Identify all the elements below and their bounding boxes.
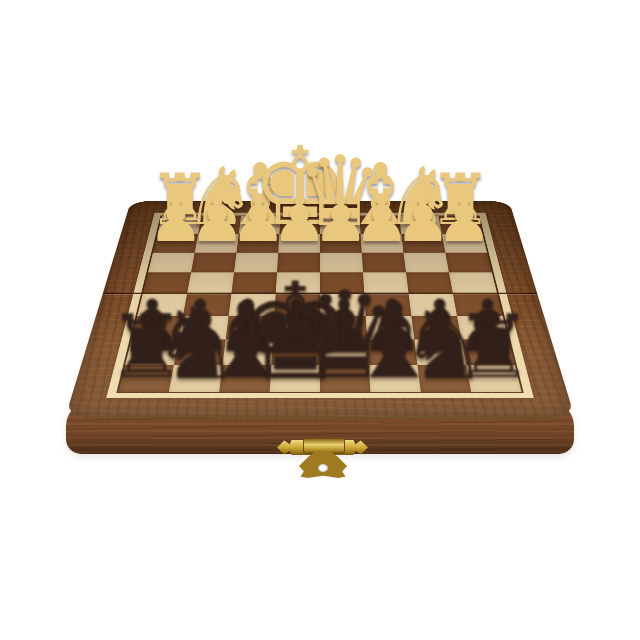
square-b4	[406, 272, 453, 293]
square-a6	[457, 316, 509, 340]
square-b3	[404, 253, 449, 273]
square-h5	[137, 293, 187, 315]
square-d7	[320, 339, 369, 364]
square-b5	[409, 293, 457, 315]
square-g1	[198, 216, 241, 234]
square-a8	[466, 365, 521, 392]
square-d1	[320, 216, 361, 234]
chess-box-top	[65, 201, 575, 418]
square-g3	[191, 253, 236, 273]
square-h4	[143, 272, 191, 293]
square-e7	[271, 339, 320, 364]
square-h8	[118, 365, 173, 392]
square-d8	[320, 365, 370, 392]
chess-board	[116, 216, 523, 393]
square-c2	[361, 234, 404, 253]
square-h3	[148, 253, 195, 273]
square-f7	[223, 339, 273, 364]
square-a7	[461, 339, 514, 364]
clasp-fan-latch-icon	[299, 451, 347, 478]
square-c4	[363, 272, 409, 293]
square-c3	[362, 253, 406, 273]
square-g5	[183, 293, 231, 315]
square-d6	[320, 316, 367, 340]
square-b8	[417, 365, 471, 392]
square-d5	[320, 293, 366, 315]
square-b6	[411, 316, 461, 340]
square-b7	[414, 339, 466, 364]
square-c1	[360, 216, 402, 234]
product-photo: ♜♞♝♚♛♝♞♜♟♟♟♟♟♟♟♟♟♟♟♟♟♟♟♟♜♞♝♚♛♝♞♜	[0, 0, 640, 640]
square-g8	[169, 365, 223, 392]
square-e5	[274, 293, 320, 315]
square-f4	[231, 272, 277, 293]
square-b1	[399, 216, 442, 234]
square-f8	[219, 365, 271, 392]
square-f3	[234, 253, 278, 273]
square-h7	[125, 339, 178, 364]
square-a4	[449, 272, 497, 293]
square-a2	[442, 234, 487, 253]
square-f2	[236, 234, 279, 253]
square-b2	[401, 234, 445, 253]
square-c5	[364, 293, 411, 315]
square-g2	[195, 234, 239, 253]
square-g4	[187, 272, 234, 293]
board-3d-wrapper	[65, 0, 575, 418]
square-f5	[229, 293, 276, 315]
square-a3	[445, 253, 492, 273]
square-f1	[239, 216, 281, 234]
square-a1	[439, 216, 483, 234]
square-e3	[277, 253, 320, 273]
square-e1	[279, 216, 320, 234]
square-h1	[158, 216, 202, 234]
square-c7	[367, 339, 417, 364]
square-h6	[131, 316, 183, 340]
square-e2	[278, 234, 320, 253]
square-h2	[153, 234, 198, 253]
square-d2	[320, 234, 362, 253]
square-c8	[369, 365, 421, 392]
square-g6	[179, 316, 229, 340]
clasp-hole	[318, 464, 328, 472]
square-f6	[226, 316, 275, 340]
square-g7	[174, 339, 226, 364]
maple-frame	[106, 213, 533, 398]
square-c6	[366, 316, 415, 340]
square-e8	[270, 365, 320, 392]
square-d4	[320, 272, 364, 293]
square-e4	[276, 272, 320, 293]
square-e6	[273, 316, 320, 340]
square-d3	[320, 253, 363, 273]
square-a5	[453, 293, 503, 315]
